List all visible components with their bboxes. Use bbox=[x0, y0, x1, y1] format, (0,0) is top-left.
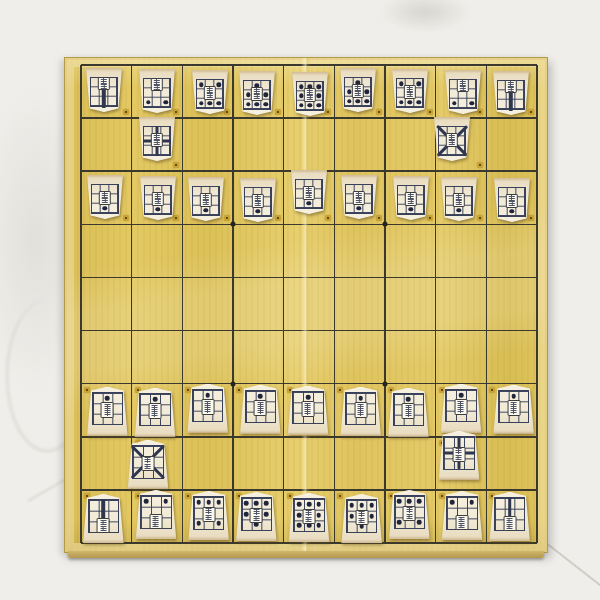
kanji-glyph bbox=[307, 89, 313, 95]
kanji-glyph bbox=[152, 411, 158, 417]
piece-move-diagram bbox=[293, 498, 325, 531]
piece-sente-lance[interactable] bbox=[487, 492, 532, 541]
move-dot bbox=[216, 82, 221, 87]
piece-gote-pawn[interactable] bbox=[138, 176, 178, 220]
move-dot bbox=[350, 503, 355, 508]
piece-move-diagram bbox=[346, 499, 378, 532]
piece-move-diagram bbox=[91, 184, 119, 214]
move-dot bbox=[359, 503, 364, 508]
star-point bbox=[231, 222, 236, 227]
move-dot bbox=[254, 501, 259, 506]
kanji-glyph bbox=[359, 511, 365, 517]
kanji-glyph bbox=[306, 187, 312, 193]
piece-move-diagram bbox=[244, 187, 272, 217]
piece-name-kanji bbox=[97, 518, 110, 533]
move-dot bbox=[369, 514, 374, 519]
move-dot bbox=[355, 99, 360, 104]
piece-tile bbox=[338, 68, 378, 112]
kanji-glyph bbox=[145, 464, 151, 470]
piece-sente-pawn[interactable] bbox=[85, 387, 130, 436]
piece-move-diagram bbox=[144, 185, 172, 215]
move-dot bbox=[299, 84, 304, 89]
piece-move-diagram bbox=[443, 436, 475, 469]
kanji-glyph bbox=[509, 201, 515, 207]
piece-tile bbox=[84, 68, 124, 112]
piece-tile bbox=[439, 384, 484, 433]
kanji-glyph bbox=[154, 84, 160, 90]
move-dot bbox=[264, 512, 269, 517]
kanji-glyph bbox=[306, 517, 312, 523]
kanji-glyph bbox=[358, 410, 364, 416]
setup-marker bbox=[325, 215, 331, 221]
kanji-glyph bbox=[207, 93, 213, 99]
piece-gote-gold[interactable] bbox=[237, 71, 277, 115]
piece-move-diagram bbox=[393, 393, 425, 426]
piece-name-kanji bbox=[453, 193, 465, 207]
piece-move-diagram bbox=[245, 390, 277, 423]
move-dot bbox=[306, 395, 311, 400]
photo-backdrop: { "game": "shogi", "scene": "overhead ph… bbox=[0, 0, 600, 600]
piece-gote-pawn[interactable] bbox=[391, 176, 431, 220]
piece-sente-pawn[interactable] bbox=[185, 384, 230, 433]
kanji-glyph bbox=[101, 78, 107, 84]
piece-sente-pawn[interactable] bbox=[439, 384, 484, 433]
piece-name-kanji bbox=[402, 403, 415, 418]
piece-move-diagram bbox=[92, 392, 124, 425]
piece-tile bbox=[443, 70, 483, 114]
kanji-glyph bbox=[509, 195, 515, 201]
piece-sente-pawn[interactable] bbox=[491, 385, 536, 434]
piece-gote-bishop[interactable] bbox=[432, 117, 472, 161]
piece-name-kanji bbox=[503, 516, 516, 531]
kanji-glyph bbox=[507, 518, 513, 524]
kanji-glyph bbox=[458, 407, 464, 413]
move-dot bbox=[452, 101, 457, 106]
piece-tile bbox=[387, 490, 432, 539]
piece-gote-pawn[interactable] bbox=[186, 177, 226, 221]
piece-name-kanji bbox=[150, 514, 163, 529]
piece-gote-silver[interactable] bbox=[190, 70, 230, 114]
piece-name-kanji bbox=[403, 506, 416, 521]
piece-tile bbox=[137, 69, 177, 113]
kanji-glyph bbox=[449, 140, 455, 146]
piece-tile bbox=[126, 440, 171, 489]
grid-line bbox=[486, 65, 488, 543]
kanji-glyph bbox=[253, 509, 259, 515]
move-dot bbox=[297, 523, 302, 528]
move-dot bbox=[216, 500, 221, 505]
piece-tile bbox=[339, 494, 384, 543]
piece-tile bbox=[134, 490, 179, 539]
piece-sente-knight[interactable] bbox=[440, 491, 485, 540]
setup-marker bbox=[477, 162, 483, 168]
piece-gote-king[interactable] bbox=[290, 72, 330, 116]
piece-tile bbox=[289, 170, 329, 214]
kanji-glyph bbox=[305, 409, 311, 415]
piece-name-kanji bbox=[505, 80, 517, 93]
kanji-glyph bbox=[153, 522, 159, 528]
move-dot bbox=[459, 393, 464, 398]
piece-move-diagram bbox=[196, 79, 224, 109]
kanji-glyph bbox=[359, 518, 365, 524]
kanji-glyph bbox=[253, 516, 259, 522]
star-point bbox=[231, 381, 236, 386]
piece-name-kanji bbox=[453, 447, 466, 462]
piece-name-kanji bbox=[353, 191, 365, 205]
kanji-glyph bbox=[459, 523, 465, 529]
kanji-glyph bbox=[100, 526, 106, 532]
piece-gote-pawn[interactable] bbox=[439, 177, 479, 221]
piece-tile bbox=[238, 178, 278, 222]
piece-gote-pawn[interactable] bbox=[85, 175, 125, 219]
grid-line bbox=[283, 65, 285, 543]
piece-gote-silver[interactable] bbox=[390, 69, 430, 113]
piece-move-diagram bbox=[139, 393, 171, 426]
kanji-glyph bbox=[153, 516, 159, 522]
move-dot bbox=[105, 396, 110, 401]
piece-tile bbox=[338, 387, 383, 436]
kanji-glyph bbox=[407, 92, 413, 98]
grid-line bbox=[536, 65, 538, 543]
piece-name-kanji bbox=[354, 402, 367, 417]
piece-move-diagram bbox=[396, 78, 424, 108]
move-dot bbox=[256, 209, 261, 214]
kanji-glyph bbox=[511, 408, 517, 414]
move-dot bbox=[199, 101, 204, 106]
piece-move-diagram bbox=[446, 496, 478, 529]
move-dot bbox=[205, 393, 210, 398]
piece-tile bbox=[237, 71, 277, 115]
piece-gote-pawn[interactable] bbox=[238, 178, 278, 222]
move-dot bbox=[297, 513, 302, 518]
move-dot bbox=[407, 499, 412, 504]
kanji-glyph bbox=[152, 405, 158, 411]
move-dot bbox=[199, 82, 204, 87]
kanji-glyph bbox=[456, 194, 462, 200]
piece-tile bbox=[81, 494, 126, 543]
kanji-glyph bbox=[449, 134, 455, 140]
move-dot bbox=[144, 499, 149, 504]
piece-sente-rook[interactable] bbox=[437, 431, 482, 480]
move-dot bbox=[316, 84, 321, 89]
move-dot bbox=[197, 521, 202, 526]
shogi-board[interactable] bbox=[64, 57, 548, 553]
piece-move-diagram bbox=[292, 391, 324, 424]
piece-tile bbox=[190, 70, 230, 114]
kanji-glyph bbox=[154, 140, 160, 146]
piece-tile bbox=[186, 491, 231, 540]
piece-gote-knight[interactable] bbox=[443, 70, 483, 114]
move-dot bbox=[364, 89, 369, 94]
piece-sente-knight[interactable] bbox=[134, 490, 179, 539]
backdrop-smudge bbox=[380, 0, 470, 32]
kanji-glyph bbox=[456, 448, 462, 454]
kanji-glyph bbox=[307, 95, 313, 101]
move-dot bbox=[509, 209, 514, 214]
kanji-glyph bbox=[155, 199, 161, 205]
kanji-glyph bbox=[508, 81, 514, 87]
move-dot bbox=[417, 100, 422, 105]
piece-name-kanji bbox=[352, 84, 364, 98]
piece-tile bbox=[185, 384, 230, 433]
piece-name-kanji bbox=[142, 456, 155, 471]
grid-line bbox=[384, 65, 386, 543]
piece-sente-bishop[interactable] bbox=[126, 440, 171, 489]
piece-tile bbox=[440, 491, 485, 540]
kanji-glyph bbox=[507, 524, 513, 530]
piece-sente-silver[interactable] bbox=[186, 491, 231, 540]
piece-name-kanji bbox=[149, 403, 162, 418]
piece-gote-pawn[interactable] bbox=[289, 170, 329, 214]
star-point bbox=[383, 222, 388, 227]
move-line bbox=[509, 90, 513, 110]
piece-move-diagram bbox=[90, 77, 118, 107]
move-dot bbox=[203, 208, 208, 213]
piece-name-kanji bbox=[204, 86, 216, 100]
move-dot bbox=[347, 99, 352, 104]
piece-name-kanji bbox=[151, 78, 163, 91]
piece-sente-gold[interactable] bbox=[234, 492, 279, 541]
piece-tile bbox=[437, 431, 482, 480]
kanji-glyph bbox=[206, 508, 212, 514]
piece-sente-pawn[interactable] bbox=[386, 388, 431, 437]
kanji-glyph bbox=[102, 192, 108, 198]
piece-tile bbox=[491, 71, 531, 115]
move-line bbox=[103, 87, 107, 107]
move-dot bbox=[197, 500, 202, 505]
move-dot bbox=[297, 502, 302, 507]
piece-move-diagram bbox=[494, 497, 526, 530]
kanji-glyph bbox=[104, 404, 110, 410]
move-dot bbox=[369, 503, 374, 508]
move-dot bbox=[356, 206, 361, 211]
move-dot bbox=[164, 499, 169, 504]
piece-move-diagram bbox=[397, 185, 425, 215]
piece-move-diagram bbox=[243, 80, 271, 110]
piece-tile bbox=[439, 177, 479, 221]
piece-name-kanji bbox=[303, 186, 315, 200]
move-dot bbox=[470, 500, 475, 505]
piece-name-kanji bbox=[455, 399, 468, 414]
piece-sente-silver[interactable] bbox=[387, 490, 432, 539]
piece-move-diagram bbox=[132, 445, 164, 478]
move-dot bbox=[409, 207, 414, 212]
piece-move-diagram bbox=[143, 126, 171, 156]
kanji-glyph bbox=[305, 403, 311, 409]
piece-name-kanji bbox=[201, 399, 214, 414]
move-dot bbox=[347, 89, 352, 94]
piece-move-diagram bbox=[295, 179, 323, 209]
board-edge bbox=[68, 551, 544, 558]
kanji-glyph bbox=[101, 83, 107, 89]
piece-name-kanji bbox=[457, 79, 469, 92]
move-dot bbox=[317, 502, 322, 507]
kanji-glyph bbox=[460, 80, 466, 86]
kanji-glyph bbox=[406, 514, 412, 520]
piece-move-diagram bbox=[193, 496, 225, 529]
kanji-glyph bbox=[257, 402, 263, 408]
kanji-glyph bbox=[456, 200, 462, 206]
piece-tile bbox=[290, 72, 330, 116]
kanji-glyph bbox=[207, 87, 213, 93]
piece-move-diagram bbox=[88, 499, 120, 532]
kanji-glyph bbox=[459, 517, 465, 523]
piece-move-diagram bbox=[498, 187, 526, 217]
piece-name-kanji bbox=[251, 87, 263, 101]
grid-line bbox=[182, 65, 184, 543]
piece-sente-gold[interactable] bbox=[339, 494, 384, 543]
piece-tile bbox=[432, 117, 472, 161]
kanji-glyph bbox=[104, 410, 110, 416]
piece-name-kanji bbox=[250, 508, 263, 523]
kanji-glyph bbox=[355, 85, 361, 91]
move-dot bbox=[359, 524, 364, 529]
move-dot bbox=[406, 397, 411, 402]
kanji-glyph bbox=[306, 510, 312, 516]
piece-sente-lance[interactable] bbox=[81, 494, 126, 543]
piece-sente-pawn[interactable] bbox=[133, 388, 178, 437]
piece-name-kanji bbox=[99, 191, 111, 205]
kanji-glyph bbox=[102, 198, 108, 204]
move-dot bbox=[450, 500, 455, 505]
piece-gote-pawn[interactable] bbox=[339, 175, 379, 219]
piece-move-diagram bbox=[497, 80, 525, 110]
piece-name-kanji bbox=[302, 401, 315, 416]
kanji-glyph bbox=[145, 457, 151, 463]
piece-sente-pawn[interactable] bbox=[338, 387, 383, 436]
grid-line bbox=[232, 65, 234, 543]
move-dot bbox=[317, 523, 322, 528]
move-dot bbox=[244, 501, 249, 506]
move-dot bbox=[153, 397, 158, 402]
piece-name-kanji bbox=[304, 88, 316, 102]
move-dot bbox=[364, 99, 369, 104]
move-dot bbox=[216, 521, 221, 526]
kanji-glyph bbox=[508, 86, 514, 92]
piece-tile bbox=[85, 387, 130, 436]
star-point bbox=[383, 381, 388, 386]
piece-move-diagram bbox=[498, 390, 530, 423]
piece-name-kanji bbox=[202, 507, 215, 522]
piece-move-diagram bbox=[345, 184, 373, 214]
piece-gote-lance[interactable] bbox=[84, 68, 124, 112]
move-dot bbox=[316, 103, 321, 108]
piece-name-kanji bbox=[254, 400, 267, 415]
piece-tile bbox=[85, 175, 125, 219]
move-dot bbox=[307, 523, 312, 528]
kanji-glyph bbox=[358, 404, 364, 410]
kanji-glyph bbox=[458, 401, 464, 407]
kanji-glyph bbox=[205, 407, 211, 413]
kanji-glyph bbox=[257, 408, 263, 414]
piece-sente-king[interactable] bbox=[287, 493, 332, 542]
piece-name-kanji bbox=[507, 400, 520, 415]
grid-line bbox=[80, 65, 82, 543]
grid-line bbox=[81, 330, 537, 332]
move-dot bbox=[308, 103, 313, 108]
piece-gote-knight[interactable] bbox=[137, 69, 177, 113]
piece-tile bbox=[492, 178, 532, 222]
move-dot bbox=[397, 499, 402, 504]
piece-name-kanji bbox=[152, 192, 164, 206]
piece-name-kanji bbox=[98, 77, 110, 90]
move-dot bbox=[399, 100, 404, 105]
kanji-glyph bbox=[255, 201, 261, 207]
piece-name-kanji bbox=[506, 194, 518, 208]
kanji-glyph bbox=[511, 402, 517, 408]
move-dot bbox=[246, 102, 251, 107]
grid-line bbox=[81, 224, 537, 226]
kanji-glyph bbox=[405, 405, 411, 411]
piece-name-kanji bbox=[101, 402, 114, 417]
kanji-glyph bbox=[405, 411, 411, 417]
piece-name-kanji bbox=[404, 85, 416, 99]
kanji-glyph bbox=[456, 455, 462, 461]
grid-line bbox=[81, 277, 537, 279]
piece-move-diagram bbox=[449, 79, 477, 109]
piece-gote-lance[interactable] bbox=[491, 71, 531, 115]
piece-name-kanji bbox=[200, 193, 212, 207]
piece-name-kanji bbox=[446, 133, 458, 147]
move-dot bbox=[358, 396, 363, 401]
piece-name-kanji bbox=[151, 133, 163, 147]
move-dot bbox=[408, 100, 413, 105]
move-dot bbox=[146, 100, 151, 105]
kanji-glyph bbox=[203, 200, 209, 206]
kanji-glyph bbox=[154, 79, 160, 85]
move-dot bbox=[307, 502, 312, 507]
kanji-glyph bbox=[254, 94, 260, 100]
piece-tile bbox=[286, 386, 331, 435]
move-dot bbox=[207, 101, 212, 106]
move-dot bbox=[103, 206, 108, 211]
piece-gote-pawn[interactable] bbox=[492, 178, 532, 222]
piece-tile bbox=[391, 176, 431, 220]
setup-marker bbox=[173, 162, 179, 168]
move-dot bbox=[254, 522, 259, 527]
piece-sente-pawn[interactable] bbox=[238, 385, 283, 434]
kanji-glyph bbox=[407, 86, 413, 92]
kanji-glyph bbox=[356, 192, 362, 198]
move-dot bbox=[397, 520, 402, 525]
kanji-glyph bbox=[154, 134, 160, 140]
move-dot bbox=[417, 520, 422, 525]
piece-sente-pawn[interactable] bbox=[286, 386, 331, 435]
move-dot bbox=[307, 201, 312, 206]
piece-tile bbox=[133, 388, 178, 437]
kanji-glyph bbox=[155, 193, 161, 199]
piece-tile bbox=[238, 385, 283, 434]
move-dot bbox=[156, 207, 161, 212]
move-dot bbox=[299, 103, 304, 108]
piece-move-diagram bbox=[241, 497, 273, 530]
piece-tile bbox=[487, 492, 532, 541]
move-dot bbox=[317, 513, 322, 518]
move-dot bbox=[163, 100, 168, 105]
kanji-glyph bbox=[206, 515, 212, 521]
piece-tile bbox=[390, 69, 430, 113]
kanji-glyph bbox=[100, 520, 106, 526]
piece-move-diagram bbox=[345, 392, 377, 425]
piece-name-kanji bbox=[456, 515, 469, 530]
piece-gote-rook[interactable] bbox=[137, 117, 177, 161]
piece-tile bbox=[186, 177, 226, 221]
piece-name-kanji bbox=[355, 510, 368, 525]
kanji-glyph bbox=[306, 193, 312, 199]
move-dot bbox=[457, 208, 462, 213]
piece-move-diagram bbox=[438, 126, 466, 156]
piece-gote-gold[interactable] bbox=[338, 68, 378, 112]
